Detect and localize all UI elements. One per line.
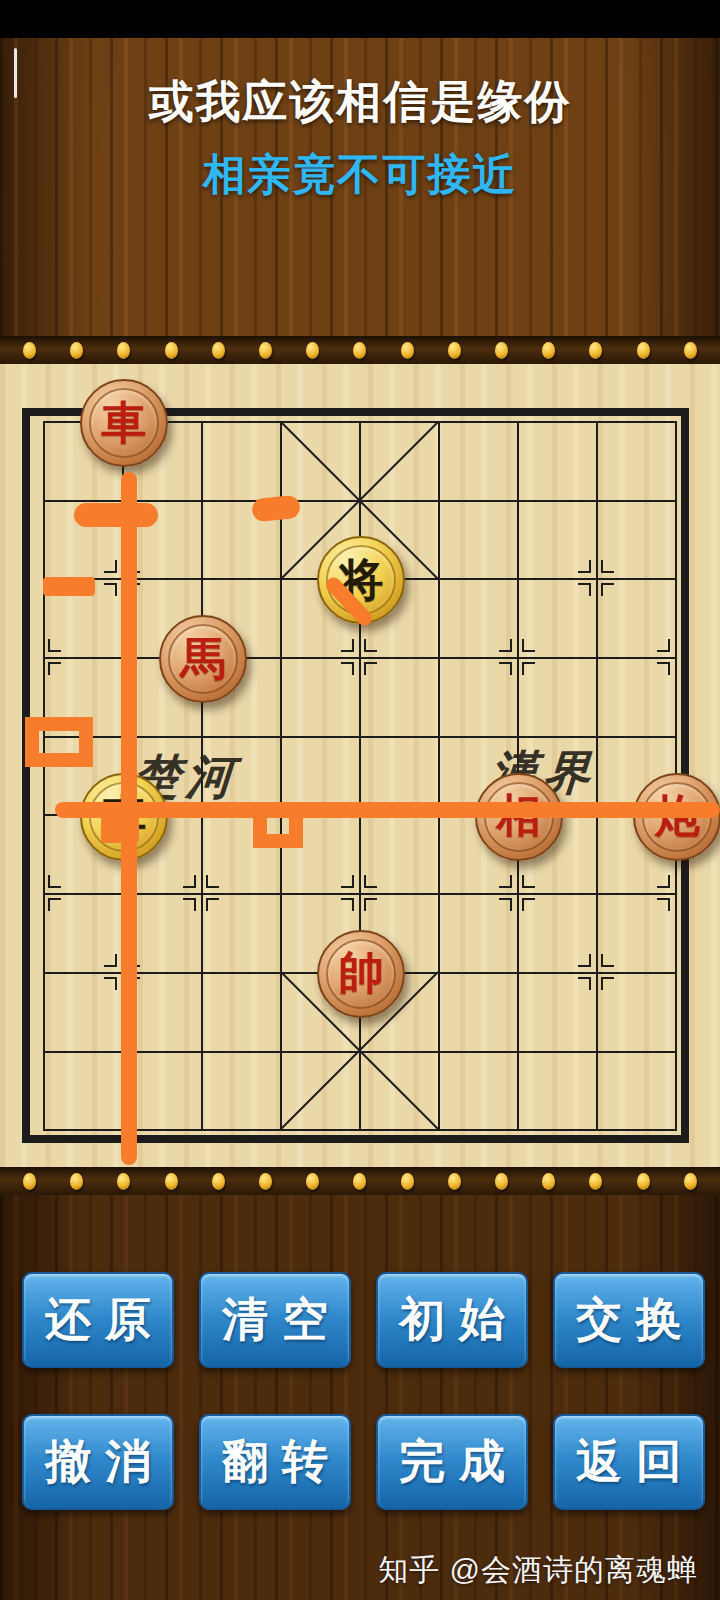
rivet-stud: [23, 342, 36, 359]
rivet-stud: [448, 1173, 461, 1190]
undo-button[interactable]: 撤消: [22, 1414, 174, 1510]
rivet-stud: [306, 342, 319, 359]
drawn-open-square: [253, 802, 303, 848]
rivet-stud: [684, 342, 697, 359]
rivet-stud: [589, 1173, 602, 1190]
done-button[interactable]: 完成: [376, 1414, 528, 1510]
grid-cell: [597, 1052, 676, 1131]
rivet-stud: [259, 342, 272, 359]
rivet-stud: [117, 1173, 130, 1190]
grid-cell: [518, 1052, 597, 1131]
rivet-stud: [212, 1173, 225, 1190]
drawn-dash-left: [43, 577, 95, 596]
rivet-stud: [637, 342, 650, 359]
rivet-stud: [353, 342, 366, 359]
grid-cell: [439, 973, 518, 1052]
rivet-stud: [165, 342, 178, 359]
point-marker: [576, 952, 616, 992]
point-marker: [497, 873, 537, 913]
grid-cell: [202, 422, 281, 501]
grid-cell: [202, 973, 281, 1052]
point-marker: [655, 637, 695, 677]
grid-cell: [281, 1052, 360, 1131]
flip-button[interactable]: 翻转: [199, 1414, 351, 1510]
drawn-river-line: [55, 802, 720, 818]
rivet-stud: [542, 342, 555, 359]
drawn-filled-square: [101, 810, 139, 843]
clear-button[interactable]: 清空: [199, 1272, 351, 1368]
initial-button[interactable]: 初始: [376, 1272, 528, 1368]
rivet-stud: [448, 342, 461, 359]
piece-char: 馬: [181, 637, 226, 682]
grid-cell: [597, 422, 676, 501]
title-line-2: 相亲竟不可接近: [0, 146, 720, 204]
grid-cell: [202, 1052, 281, 1131]
grid-cell: [281, 422, 360, 501]
rivet-stud: [165, 1173, 178, 1190]
rivet-stud: [542, 1173, 555, 1190]
rivet-stud: [401, 342, 414, 359]
swap-button[interactable]: 交换: [553, 1272, 705, 1368]
rivet-stud: [353, 1173, 366, 1190]
rivet-stud: [70, 342, 83, 359]
rivet-stud: [495, 342, 508, 359]
grid-cell: [439, 422, 518, 501]
grid-cell: [360, 1052, 439, 1131]
piece-red-horse[interactable]: 馬: [159, 615, 247, 703]
point-marker: [181, 873, 221, 913]
point-marker: [655, 873, 695, 913]
point-marker: [339, 637, 379, 677]
rivet-stud: [637, 1173, 650, 1190]
piece-char: 車: [102, 401, 147, 446]
piece-red-chariot[interactable]: 車: [80, 379, 168, 467]
watermark: 知乎 @会酒诗的离魂蝉: [378, 1550, 698, 1591]
xiangqi-board[interactable]: 楚河 漢界 車将馬車相炮帥: [0, 364, 720, 1167]
piece-char: 帥: [339, 951, 384, 996]
point-marker: [339, 873, 379, 913]
back-button[interactable]: 返回: [553, 1414, 705, 1510]
rivet-stud: [684, 1173, 697, 1190]
grid-cell: [439, 1052, 518, 1131]
rivet-stud: [401, 1173, 414, 1190]
rivet-band-bottom: [0, 1167, 720, 1195]
drawn-open-rect-left: [25, 717, 93, 767]
drawn-cross-bar: [74, 503, 158, 527]
status-bar: [0, 0, 720, 38]
rivet-stud: [212, 342, 225, 359]
restore-button[interactable]: 还原: [22, 1272, 174, 1368]
grid-cell: [518, 422, 597, 501]
point-marker: [23, 873, 63, 913]
rivet-stud: [259, 1173, 272, 1190]
rivet-stud: [23, 1173, 36, 1190]
grid-cell: [44, 1052, 123, 1131]
rivet-band-top: [0, 336, 720, 364]
grid-cell: [439, 501, 518, 580]
rivet-stud: [117, 342, 130, 359]
piece-red-general[interactable]: 帥: [317, 930, 405, 1018]
point-marker: [576, 558, 616, 598]
app-screen: 或我应该相信是缘份 相亲竟不可接近 楚河 漢界 車将馬車相炮帥 还原清空初始交换…: [0, 0, 720, 1600]
rivet-stud: [70, 1173, 83, 1190]
rivet-stud: [589, 342, 602, 359]
rivet-stud: [306, 1173, 319, 1190]
point-marker: [23, 637, 63, 677]
rivet-stud: [495, 1173, 508, 1190]
title-line-1: 或我应该相信是缘份: [0, 72, 720, 132]
point-marker: [497, 637, 537, 677]
grid-cell: [360, 422, 439, 501]
